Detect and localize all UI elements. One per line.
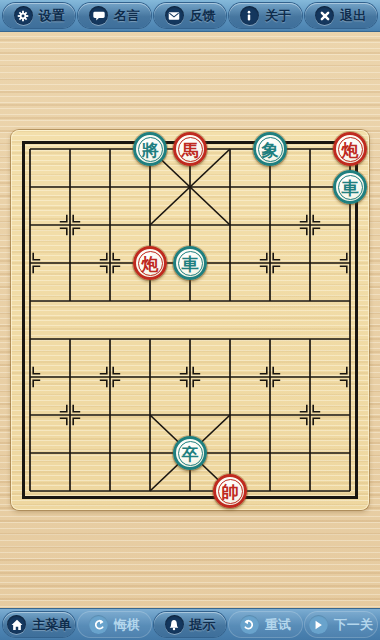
- feedback-button-label: 反馈: [190, 7, 216, 25]
- retry-button[interactable]: 重试: [229, 612, 301, 637]
- piece-black-general[interactable]: 將: [133, 132, 167, 166]
- hint-button-label: 提示: [190, 616, 216, 634]
- main-menu-button-label: 主菜单: [32, 616, 71, 634]
- top-toolbar: 设置名言反馈关于退出: [0, 0, 380, 32]
- settings-button-label: 设置: [39, 7, 65, 25]
- bottom-toolbar: 主菜单悔棋提示重试下一关: [0, 608, 380, 640]
- piece-red-cannon[interactable]: 炮: [333, 132, 367, 166]
- undo-move-button[interactable]: 悔棋: [78, 612, 150, 637]
- quotes-button-label: 名言: [114, 7, 140, 25]
- exit-button[interactable]: 退出: [305, 3, 377, 28]
- exit-button-label: 退出: [340, 7, 366, 25]
- bell-icon: [165, 615, 184, 634]
- piece-character: 車: [182, 255, 199, 272]
- piece-red-cannon[interactable]: 炮: [133, 246, 167, 280]
- quotes-button[interactable]: 名言: [78, 3, 150, 28]
- piece-black-soldier[interactable]: 卒: [173, 436, 207, 470]
- xiangqi-board[interactable]: 將馬象炮車炮車卒帥: [11, 130, 369, 510]
- envelope-icon: [165, 6, 184, 25]
- info-icon: [240, 6, 259, 25]
- piece-black-chariot[interactable]: 車: [333, 170, 367, 204]
- speech-icon: [89, 6, 108, 25]
- next-level-button[interactable]: 下一关: [305, 612, 377, 637]
- piece-character: 卒: [182, 445, 199, 462]
- piece-character: 馬: [182, 141, 199, 158]
- app-screen: 设置名言反馈关于退出 將馬象炮車炮車卒帥 主菜单悔棋提示重试下一关: [0, 0, 380, 640]
- hint-button[interactable]: 提示: [154, 612, 226, 637]
- piece-character: 炮: [142, 255, 159, 272]
- piece-character: 炮: [342, 141, 359, 158]
- next-icon: [309, 615, 328, 634]
- piece-character: 車: [342, 179, 359, 196]
- piece-red-general[interactable]: 帥: [213, 474, 247, 508]
- feedback-button[interactable]: 反馈: [154, 3, 226, 28]
- retry-icon: [240, 615, 259, 634]
- close-icon: [315, 6, 334, 25]
- piece-character: 象: [262, 141, 279, 158]
- undo-move-button-label: 悔棋: [114, 616, 140, 634]
- undo-icon: [89, 615, 108, 634]
- piece-black-elephant[interactable]: 象: [253, 132, 287, 166]
- main-menu-button[interactable]: 主菜单: [3, 612, 75, 637]
- piece-black-chariot[interactable]: 車: [173, 246, 207, 280]
- gear-icon: [14, 6, 33, 25]
- piece-red-horse[interactable]: 馬: [173, 132, 207, 166]
- next-level-button-label: 下一关: [334, 616, 373, 634]
- piece-character: 將: [142, 141, 159, 158]
- about-button[interactable]: 关于: [229, 3, 301, 28]
- settings-button[interactable]: 设置: [3, 3, 75, 28]
- piece-character: 帥: [222, 483, 239, 500]
- retry-button-label: 重试: [265, 616, 291, 634]
- home-icon: [7, 615, 26, 634]
- about-button-label: 关于: [265, 7, 291, 25]
